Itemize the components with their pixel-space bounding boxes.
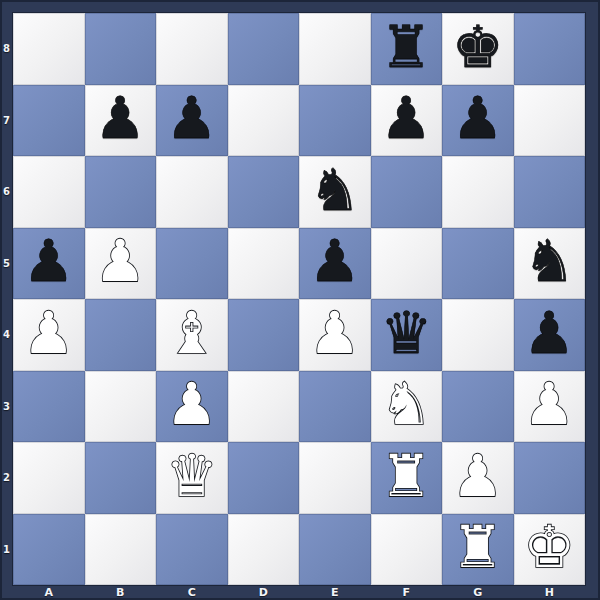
square-a3[interactable] [13, 371, 85, 443]
square-e6[interactable]: ♞ [299, 156, 371, 228]
rank-label-8: 8 [0, 13, 13, 85]
white-knight-f3[interactable]: ♞ [380, 375, 432, 433]
square-g6[interactable] [442, 156, 514, 228]
black-pawn-c7[interactable]: ♟ [166, 89, 218, 147]
square-a2[interactable] [13, 442, 85, 514]
square-e2[interactable] [299, 442, 371, 514]
square-g7[interactable]: ♟ [442, 85, 514, 157]
square-g2[interactable]: ♟ [442, 442, 514, 514]
chess-board: ♜♚♟♟♟♟♞♟♟♟♞♟♝♟♛♟♟♞♟♛♜♟♜♚ [13, 13, 585, 585]
square-d6[interactable] [228, 156, 300, 228]
square-b4[interactable] [85, 299, 157, 371]
rank-labels: 87654321 [0, 13, 13, 585]
square-f8[interactable]: ♜ [371, 13, 443, 85]
square-h4[interactable]: ♟ [514, 299, 586, 371]
square-c6[interactable] [156, 156, 228, 228]
square-b2[interactable] [85, 442, 157, 514]
square-h8[interactable] [514, 13, 586, 85]
square-c7[interactable]: ♟ [156, 85, 228, 157]
black-king-g8[interactable]: ♚ [452, 18, 504, 76]
square-c3[interactable]: ♟ [156, 371, 228, 443]
square-d4[interactable] [228, 299, 300, 371]
square-b1[interactable] [85, 514, 157, 586]
square-d8[interactable] [228, 13, 300, 85]
square-f1[interactable] [371, 514, 443, 586]
file-label-f: F [371, 585, 443, 600]
square-b5[interactable]: ♟ [85, 228, 157, 300]
white-rook-g1[interactable]: ♜ [452, 518, 504, 576]
rank-label-1: 1 [0, 514, 13, 586]
rank-label-2: 2 [0, 442, 13, 514]
file-label-g: G [442, 585, 514, 600]
black-pawn-e5[interactable]: ♟ [309, 232, 361, 290]
black-pawn-b7[interactable]: ♟ [94, 89, 146, 147]
square-h7[interactable] [514, 85, 586, 157]
square-h2[interactable] [514, 442, 586, 514]
white-queen-c2[interactable]: ♛ [166, 447, 218, 505]
square-e8[interactable] [299, 13, 371, 85]
square-g8[interactable]: ♚ [442, 13, 514, 85]
file-label-a: A [13, 585, 85, 600]
file-label-c: C [156, 585, 228, 600]
square-c2[interactable]: ♛ [156, 442, 228, 514]
square-g1[interactable]: ♜ [442, 514, 514, 586]
white-rook-f2[interactable]: ♜ [380, 447, 432, 505]
rank-label-4: 4 [0, 299, 13, 371]
square-h3[interactable]: ♟ [514, 371, 586, 443]
black-pawn-g7[interactable]: ♟ [452, 89, 504, 147]
square-f4[interactable]: ♛ [371, 299, 443, 371]
white-pawn-h3[interactable]: ♟ [523, 375, 575, 433]
square-e1[interactable] [299, 514, 371, 586]
square-b3[interactable] [85, 371, 157, 443]
square-c5[interactable] [156, 228, 228, 300]
file-labels: ABCDEFGH [13, 585, 585, 600]
square-d5[interactable] [228, 228, 300, 300]
square-f3[interactable]: ♞ [371, 371, 443, 443]
square-a5[interactable]: ♟ [13, 228, 85, 300]
square-d2[interactable] [228, 442, 300, 514]
white-pawn-b5[interactable]: ♟ [94, 232, 146, 290]
square-d3[interactable] [228, 371, 300, 443]
square-h1[interactable]: ♚ [514, 514, 586, 586]
file-label-h: H [514, 585, 586, 600]
square-e5[interactable]: ♟ [299, 228, 371, 300]
square-h5[interactable]: ♞ [514, 228, 586, 300]
file-label-b: B [85, 585, 157, 600]
square-a8[interactable] [13, 13, 85, 85]
square-g4[interactable] [442, 299, 514, 371]
white-pawn-a4[interactable]: ♟ [23, 304, 75, 362]
square-g3[interactable] [442, 371, 514, 443]
square-e4[interactable]: ♟ [299, 299, 371, 371]
rank-label-7: 7 [0, 85, 13, 157]
square-f6[interactable] [371, 156, 443, 228]
black-knight-h5[interactable]: ♞ [523, 232, 575, 290]
square-e3[interactable] [299, 371, 371, 443]
black-pawn-h4[interactable]: ♟ [523, 304, 575, 362]
rank-label-3: 3 [0, 371, 13, 443]
square-b8[interactable] [85, 13, 157, 85]
square-d7[interactable] [228, 85, 300, 157]
square-f5[interactable] [371, 228, 443, 300]
square-b7[interactable]: ♟ [85, 85, 157, 157]
square-c8[interactable] [156, 13, 228, 85]
square-f2[interactable]: ♜ [371, 442, 443, 514]
square-h6[interactable] [514, 156, 586, 228]
white-bishop-c4[interactable]: ♝ [166, 304, 218, 362]
file-label-d: D [228, 585, 300, 600]
square-c4[interactable]: ♝ [156, 299, 228, 371]
black-queen-f4[interactable]: ♛ [380, 304, 432, 362]
square-a1[interactable] [13, 514, 85, 586]
black-knight-e6[interactable]: ♞ [309, 161, 361, 219]
square-g5[interactable] [442, 228, 514, 300]
square-c1[interactable] [156, 514, 228, 586]
chess-board-frame: 87654321 ABCDEFGH ♜♚♟♟♟♟♞♟♟♟♞♟♝♟♛♟♟♞♟♛♜♟… [0, 0, 600, 600]
white-pawn-g2[interactable]: ♟ [452, 447, 504, 505]
square-e7[interactable] [299, 85, 371, 157]
black-pawn-a5[interactable]: ♟ [23, 232, 75, 290]
white-pawn-c3[interactable]: ♟ [166, 375, 218, 433]
black-pawn-f7[interactable]: ♟ [380, 89, 432, 147]
white-king-h1[interactable]: ♚ [523, 518, 575, 576]
square-f7[interactable]: ♟ [371, 85, 443, 157]
white-pawn-e4[interactable]: ♟ [309, 304, 361, 362]
file-label-e: E [299, 585, 371, 600]
square-a4[interactable]: ♟ [13, 299, 85, 371]
rank-label-6: 6 [0, 156, 13, 228]
square-b6[interactable] [85, 156, 157, 228]
black-rook-f8[interactable]: ♜ [380, 18, 432, 76]
square-d1[interactable] [228, 514, 300, 586]
square-a6[interactable] [13, 156, 85, 228]
rank-label-5: 5 [0, 228, 13, 300]
square-a7[interactable] [13, 85, 85, 157]
